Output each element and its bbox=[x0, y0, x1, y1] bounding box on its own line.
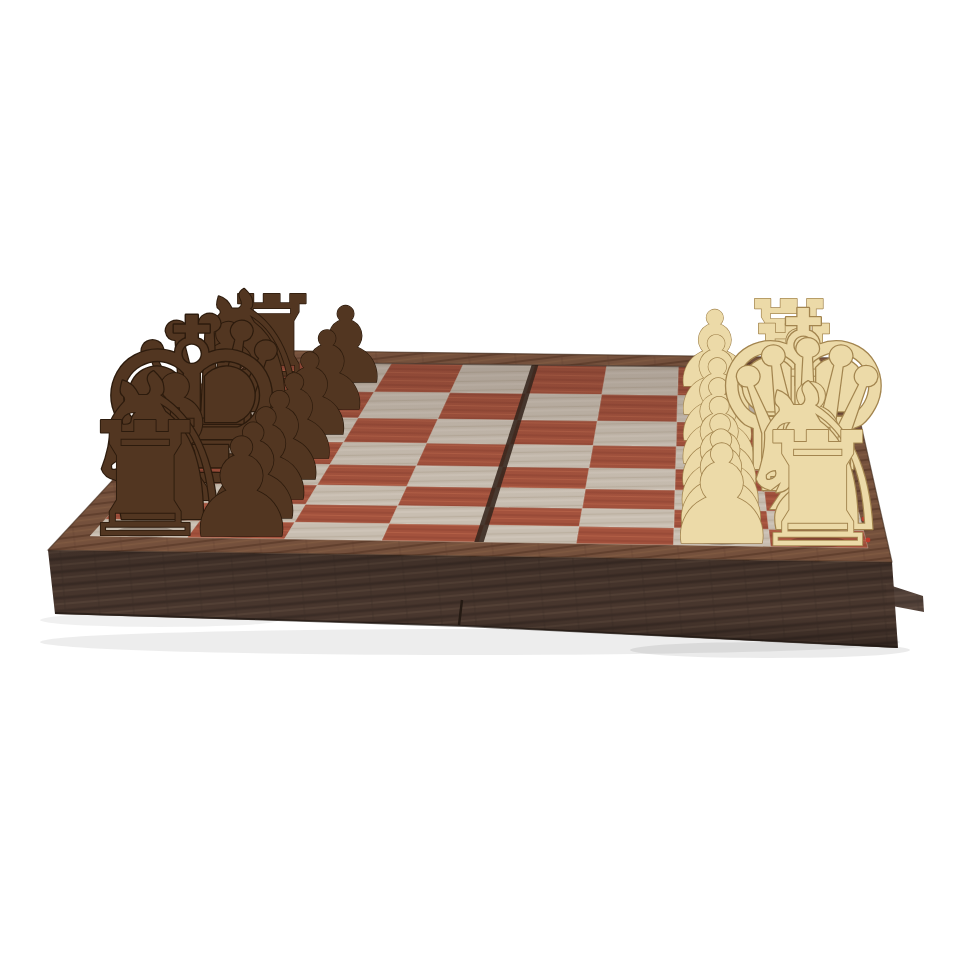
piece-white-rook-a1[interactable]: ♜ bbox=[747, 399, 888, 582]
chess-board-photo: ♜♟♟♜♞♟♟♜♝♟♟♝♛♟♟♚♚♟♟♛♝♟♟♝♞♟♟♞♜♟♟♜ bbox=[0, 0, 960, 960]
piece-black-pawn-a7[interactable]: ♟ bbox=[180, 409, 303, 568]
product-photo-scene: ♜♟♟♜♞♟♟♜♝♟♟♝♛♟♟♚♚♟♟♛♝♟♟♝♞♟♟♞♜♟♟♜ bbox=[0, 0, 960, 960]
